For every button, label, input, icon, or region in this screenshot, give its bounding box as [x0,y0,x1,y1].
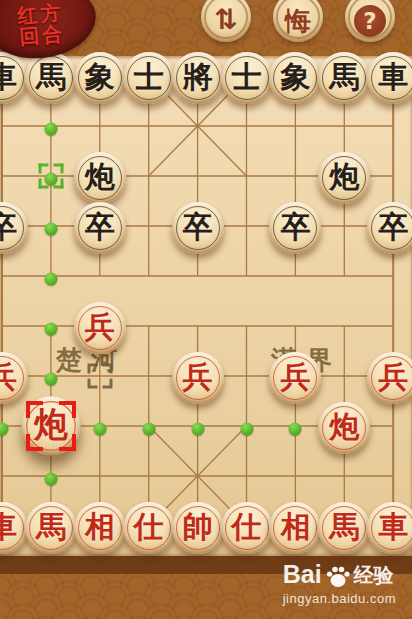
move-hint-dot[interactable] [44,223,57,236]
piece-red-cannon[interactable]: 炮 [318,402,370,454]
swap-arrows-icon: ⇅ [214,6,237,34]
piece-black-cannon[interactable]: 炮 [74,152,126,204]
piece-glyph: 兵 [378,362,408,392]
turn-indicator-line2: 回合 [18,22,66,46]
piece-black-advisor[interactable]: 士 [123,52,175,104]
piece-glyph: 兵 [0,362,17,392]
piece-glyph: 卒 [85,212,115,242]
watermark-brand-cjk: 经验 [354,562,394,589]
piece-glyph: 象 [280,62,310,92]
piece-glyph: 馬 [36,512,66,542]
piece-black-soldier[interactable]: 卒 [74,202,126,254]
selection-frame [26,401,76,451]
piece-glyph: 相 [85,512,115,542]
xiangqi-app-screen: 楚河 漢界 車馬象士將士象馬車炮炮卒卒卒卒卒兵兵兵兵兵炮炮車馬相仕帥仕相馬車 红… [0,0,412,619]
hint-button[interactable]: ? [345,0,395,42]
move-hint-dot[interactable] [44,323,57,336]
move-hint-dot[interactable] [240,423,253,436]
board-point-marker [87,364,112,389]
piece-red-soldier[interactable]: 兵 [172,352,224,404]
piece-glyph: 車 [378,512,408,542]
piece-glyph: 馬 [36,62,66,92]
watermark-brand-latin: Bai [283,560,322,589]
piece-glyph: 相 [280,512,310,542]
piece-glyph: 炮 [329,162,359,192]
piece-black-soldier[interactable]: 卒 [269,202,321,254]
paw-icon [325,564,351,590]
piece-glyph: 炮 [329,412,359,442]
piece-glyph: 兵 [85,312,115,342]
piece-glyph: 兵 [183,362,213,392]
piece-red-elephant[interactable]: 相 [74,502,126,554]
piece-red-chariot[interactable]: 車 [367,502,412,554]
top-bar: 红方 回合 ⇅ 悔 ? [0,0,412,56]
move-hint-dot[interactable] [44,173,57,186]
piece-glyph: 馬 [329,512,359,542]
piece-glyph: 炮 [85,162,115,192]
move-hint-dot[interactable] [44,373,57,386]
move-hint-dot[interactable] [142,423,155,436]
watermark-url: jingyan.baidu.com [283,591,396,606]
piece-glyph: 象 [85,62,115,92]
baidu-jingyan-watermark: Bai 经验 jingyan.baidu.com [283,560,396,606]
move-hint-dot[interactable] [44,123,57,136]
turn-indicator-seal: 红方 回合 [0,0,99,63]
xiangqi-board[interactable]: 楚河 漢界 車馬象士將士象馬車炮炮卒卒卒卒卒兵兵兵兵兵炮炮車馬相仕帥仕相馬車 [0,56,412,556]
piece-black-horse[interactable]: 馬 [25,52,77,104]
piece-red-general[interactable]: 帥 [172,502,224,554]
piece-glyph: 卒 [280,212,310,242]
move-hint-dot[interactable] [191,423,204,436]
piece-red-advisor[interactable]: 仕 [123,502,175,554]
piece-red-horse[interactable]: 馬 [318,502,370,554]
piece-black-elephant[interactable]: 象 [269,52,321,104]
piece-glyph: 仕 [232,512,262,542]
board-grid-lines [0,56,412,556]
piece-black-general[interactable]: 將 [172,52,224,104]
piece-glyph: 卒 [378,212,408,242]
toolbar-buttons: ⇅ 悔 ? [201,0,395,42]
swap-sides-button[interactable]: ⇅ [201,0,251,42]
piece-glyph: 兵 [280,362,310,392]
move-hint-dot[interactable] [93,423,106,436]
piece-glyph: 仕 [134,512,164,542]
piece-red-elephant[interactable]: 相 [269,502,321,554]
piece-glyph: 卒 [183,212,213,242]
piece-red-horse[interactable]: 馬 [25,502,77,554]
undo-button[interactable]: 悔 [273,0,323,42]
piece-black-elephant[interactable]: 象 [74,52,126,104]
piece-red-advisor[interactable]: 仕 [221,502,273,554]
piece-glyph: 車 [0,512,17,542]
piece-red-soldier[interactable]: 兵 [74,302,126,354]
move-hint-dot[interactable] [44,473,57,486]
question-mark-icon: ? [354,5,386,37]
piece-black-soldier[interactable]: 卒 [367,202,412,254]
turn-indicator-text: 红方 回合 [0,0,99,63]
piece-black-advisor[interactable]: 士 [221,52,273,104]
piece-glyph: 卒 [0,212,17,242]
piece-glyph: 車 [378,62,408,92]
piece-glyph: 馬 [329,62,359,92]
piece-glyph: 車 [0,62,17,92]
piece-glyph: 士 [134,62,164,92]
piece-black-soldier[interactable]: 卒 [172,202,224,254]
piece-glyph: 士 [232,62,262,92]
piece-glyph: 帥 [183,512,213,542]
piece-red-soldier[interactable]: 兵 [367,352,412,404]
undo-icon: 悔 [285,8,311,34]
piece-red-soldier[interactable]: 兵 [269,352,321,404]
piece-black-chariot[interactable]: 車 [367,52,412,104]
piece-black-cannon[interactable]: 炮 [318,152,370,204]
piece-glyph: 將 [183,62,213,92]
piece-black-horse[interactable]: 馬 [318,52,370,104]
move-hint-dot[interactable] [289,423,302,436]
move-hint-dot[interactable] [44,273,57,286]
